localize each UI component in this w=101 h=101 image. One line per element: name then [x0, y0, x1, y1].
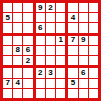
cell-r1c1[interactable] [3, 3, 12, 12]
cell-r5c7[interactable] [68, 46, 77, 55]
sudoku-box-1: 5 [3, 3, 33, 33]
cell-r6c8[interactable] [79, 56, 88, 65]
cell-r3c7[interactable] [68, 23, 77, 32]
cell-r6c3[interactable]: 2 [23, 56, 32, 65]
cell-r8c2[interactable]: 4 [13, 79, 22, 88]
cell-r9c3[interactable] [23, 89, 32, 98]
cell-r1c6[interactable] [56, 3, 65, 12]
sudoku-board: 59264862179742365 [0, 0, 101, 101]
cell-r8c5[interactable] [46, 79, 55, 88]
sudoku-box-5: 1 [36, 36, 66, 66]
cell-r8c1[interactable]: 7 [3, 79, 12, 88]
sudoku-box-3: 4 [68, 3, 98, 33]
cell-r8c3[interactable] [23, 79, 32, 88]
cell-r3c4[interactable]: 6 [36, 23, 45, 32]
cell-r7c2[interactable] [13, 68, 22, 77]
cell-r8c8[interactable] [79, 79, 88, 88]
cell-r6c7[interactable] [68, 56, 77, 65]
cell-r5c2[interactable]: 8 [13, 46, 22, 55]
cell-r2c2[interactable] [13, 13, 22, 22]
cell-r3c1[interactable] [3, 23, 12, 32]
cell-r4c3[interactable] [23, 36, 32, 45]
cell-r6c6[interactable] [56, 56, 65, 65]
cell-r5c4[interactable] [36, 46, 45, 55]
cell-r3c2[interactable] [13, 23, 22, 32]
cell-r8c4[interactable] [36, 79, 45, 88]
cell-r5c8[interactable] [79, 46, 88, 55]
cell-r1c9[interactable] [89, 3, 98, 12]
sudoku-box-7: 74 [3, 68, 33, 98]
sudoku-box-9: 65 [68, 68, 98, 98]
cell-r7c5[interactable]: 3 [46, 68, 55, 77]
cell-r5c3[interactable]: 6 [23, 46, 32, 55]
cell-r7c6[interactable] [56, 68, 65, 77]
cell-r9c9[interactable] [89, 89, 98, 98]
cell-r5c1[interactable] [3, 46, 12, 55]
cell-r1c3[interactable] [23, 3, 32, 12]
cell-r2c4[interactable] [36, 13, 45, 22]
cell-r3c3[interactable] [23, 23, 32, 32]
cell-r1c2[interactable] [13, 3, 22, 12]
cell-r8c9[interactable] [89, 79, 98, 88]
cell-r4c9[interactable] [89, 36, 98, 45]
cell-r4c6[interactable]: 1 [56, 36, 65, 45]
cell-r3c5[interactable] [46, 23, 55, 32]
cell-r6c9[interactable] [89, 56, 98, 65]
cell-r4c1[interactable] [3, 36, 12, 45]
cell-r9c4[interactable] [36, 89, 45, 98]
cell-r9c8[interactable] [79, 89, 88, 98]
cell-r7c8[interactable]: 6 [79, 68, 88, 77]
cell-r3c6[interactable] [56, 23, 65, 32]
cell-r2c9[interactable] [89, 13, 98, 22]
cell-r4c5[interactable] [46, 36, 55, 45]
cell-r2c7[interactable]: 4 [68, 13, 77, 22]
cell-r4c8[interactable]: 9 [79, 36, 88, 45]
cell-r3c9[interactable] [89, 23, 98, 32]
cell-r2c6[interactable] [56, 13, 65, 22]
cell-r1c7[interactable] [68, 3, 77, 12]
sudoku-box-2: 926 [36, 3, 66, 33]
cell-r1c5[interactable]: 2 [46, 3, 55, 12]
cell-r9c2[interactable] [13, 89, 22, 98]
cell-r5c6[interactable] [56, 46, 65, 55]
cell-r9c7[interactable] [68, 89, 77, 98]
cell-r7c7[interactable] [68, 68, 77, 77]
sudoku-box-8: 23 [36, 68, 66, 98]
cell-r4c4[interactable] [36, 36, 45, 45]
cell-r7c3[interactable] [23, 68, 32, 77]
cell-r9c5[interactable] [46, 89, 55, 98]
sudoku-box-4: 862 [3, 36, 33, 66]
cell-r6c5[interactable] [46, 56, 55, 65]
cell-r1c8[interactable] [79, 3, 88, 12]
cell-r8c6[interactable] [56, 79, 65, 88]
cell-r2c8[interactable] [79, 13, 88, 22]
cell-r2c1[interactable]: 5 [3, 13, 12, 22]
cell-r2c5[interactable] [46, 13, 55, 22]
cell-r8c7[interactable]: 5 [68, 79, 77, 88]
cell-r5c5[interactable] [46, 46, 55, 55]
cell-r6c2[interactable] [13, 56, 22, 65]
cell-r7c4[interactable]: 2 [36, 68, 45, 77]
cell-r9c1[interactable] [3, 89, 12, 98]
cell-r9c6[interactable] [56, 89, 65, 98]
cell-r6c1[interactable] [3, 56, 12, 65]
cell-r4c2[interactable] [13, 36, 22, 45]
cell-r4c7[interactable]: 7 [68, 36, 77, 45]
cell-r6c4[interactable] [36, 56, 45, 65]
cell-r5c9[interactable] [89, 46, 98, 55]
cell-r3c8[interactable] [79, 23, 88, 32]
cell-r7c9[interactable] [89, 68, 98, 77]
cell-r7c1[interactable] [3, 68, 12, 77]
sudoku-box-6: 79 [68, 36, 98, 66]
cell-r1c4[interactable]: 9 [36, 3, 45, 12]
cell-r2c3[interactable] [23, 13, 32, 22]
